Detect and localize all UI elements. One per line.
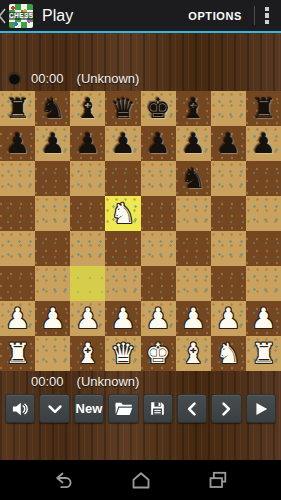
square-b6[interactable]	[35, 161, 70, 196]
black-player-name: (Unknown)	[77, 71, 140, 86]
square-e7[interactable]: ♟	[141, 126, 176, 161]
square-d5[interactable]: ♞	[105, 196, 140, 231]
nav-back-button[interactable]	[52, 468, 76, 492]
square-f1[interactable]: ♝	[176, 336, 211, 371]
piece-white-rook-a1[interactable]: ♜	[5, 336, 30, 371]
piece-white-queen-d1[interactable]: ♛	[110, 336, 135, 371]
step-forward-button[interactable]	[211, 394, 241, 423]
square-f7[interactable]: ♟	[176, 126, 211, 161]
square-c8[interactable]: ♝	[70, 91, 105, 126]
square-g5[interactable]	[211, 196, 246, 231]
white-player-name: (Unknown)	[77, 374, 140, 389]
square-h7[interactable]: ♟	[246, 126, 281, 161]
piece-black-queen-d8[interactable]: ♛	[110, 91, 135, 126]
step-back-button[interactable]	[177, 394, 207, 423]
square-c6[interactable]	[70, 161, 105, 196]
chevron-left-icon	[182, 399, 202, 419]
square-b3[interactable]	[35, 266, 70, 301]
nav-home-button[interactable]	[129, 468, 153, 492]
piece-white-pawn-d2[interactable]: ♟	[110, 301, 135, 336]
piece-white-pawn-g2[interactable]: ♟	[216, 301, 241, 336]
piece-white-bishop-c1[interactable]: ♝	[75, 336, 100, 371]
square-d4[interactable]	[105, 231, 140, 266]
piece-black-pawn-e7[interactable]: ♟	[146, 126, 171, 161]
piece-white-pawn-b2[interactable]: ♟	[40, 301, 65, 336]
piece-white-pawn-c2[interactable]: ♟	[75, 301, 100, 336]
app-icon-label: CHESS	[9, 12, 33, 20]
game-area: 00:00 (Unknown) ♜♞♝♛♚♝♜♟♟♟♟♟♟♟♟♞♞♟♟♟♟♟♟♟…	[0, 33, 281, 460]
actionbar-divider	[254, 6, 255, 25]
piece-black-pawn-h7[interactable]: ♟	[251, 126, 276, 161]
square-c5[interactable]	[70, 196, 105, 231]
square-d6[interactable]	[105, 161, 140, 196]
square-h5[interactable]	[246, 196, 281, 231]
chevron-down-icon	[45, 399, 65, 419]
square-d2[interactable]: ♟	[105, 301, 140, 336]
square-g2[interactable]: ♟	[211, 301, 246, 336]
speaker-icon	[10, 399, 30, 419]
square-c7[interactable]: ♟	[70, 126, 105, 161]
square-e4[interactable]	[141, 231, 176, 266]
piece-black-king-e8[interactable]: ♚	[146, 91, 171, 126]
square-g1[interactable]: ♞	[211, 336, 246, 371]
square-c4[interactable]	[70, 231, 105, 266]
square-f3[interactable]	[176, 266, 211, 301]
piece-white-pawn-a2[interactable]: ♟	[5, 301, 30, 336]
square-b2[interactable]: ♟	[35, 301, 70, 336]
piece-white-bishop-f1[interactable]: ♝	[181, 336, 206, 371]
black-clock: 00:00	[31, 71, 64, 86]
sound-button[interactable]	[5, 394, 35, 423]
square-f6[interactable]: ♞	[176, 161, 211, 196]
piece-white-pawn-h2[interactable]: ♟	[251, 301, 276, 336]
options-menu-button[interactable]: OPTIONS	[178, 10, 252, 22]
square-d1[interactable]: ♛	[105, 336, 140, 371]
toolbar: New	[0, 391, 281, 423]
square-g3[interactable]	[211, 266, 246, 301]
square-e5[interactable]	[141, 196, 176, 231]
square-h4[interactable]	[246, 231, 281, 266]
square-b1[interactable]	[35, 336, 70, 371]
square-g7[interactable]: ♟	[211, 126, 246, 161]
recents-icon	[206, 468, 230, 492]
square-e3[interactable]	[141, 266, 176, 301]
back-icon	[52, 468, 76, 492]
square-e2[interactable]: ♟	[141, 301, 176, 336]
square-g4[interactable]	[211, 231, 246, 266]
white-clock: 00:00	[31, 374, 64, 389]
play-icon	[251, 399, 271, 419]
play-moves-button[interactable]	[246, 394, 276, 423]
piece-black-knight-b8[interactable]: ♞	[40, 91, 65, 126]
chevron-right-icon	[216, 399, 236, 419]
save-icon	[148, 399, 167, 418]
square-b5[interactable]	[35, 196, 70, 231]
up-caret-icon[interactable]	[0, 5, 7, 27]
square-c2[interactable]: ♟	[70, 301, 105, 336]
piece-black-bishop-c8[interactable]: ♝	[75, 91, 100, 126]
square-a3[interactable]	[0, 266, 35, 301]
piece-black-rook-h8[interactable]: ♜	[251, 91, 276, 126]
square-c1[interactable]: ♝	[70, 336, 105, 371]
black-player-row: 00:00 (Unknown)	[0, 68, 281, 88]
piece-black-pawn-f7[interactable]: ♟	[181, 126, 206, 161]
action-bar: CHESS Play OPTIONS	[0, 0, 281, 31]
square-a1[interactable]: ♜	[0, 336, 35, 371]
square-a4[interactable]	[0, 231, 35, 266]
piece-white-pawn-f2[interactable]: ♟	[181, 301, 206, 336]
folder-open-icon	[113, 398, 134, 419]
collapse-button[interactable]	[39, 394, 69, 423]
piece-black-pawn-b7[interactable]: ♟	[40, 126, 65, 161]
square-e6[interactable]	[141, 161, 176, 196]
square-e8[interactable]: ♚	[141, 91, 176, 126]
square-f8[interactable]: ♝	[176, 91, 211, 126]
save-button[interactable]	[143, 394, 173, 423]
square-f2[interactable]: ♟	[176, 301, 211, 336]
square-a8[interactable]: ♜	[0, 91, 35, 126]
new-game-label: New	[76, 401, 103, 416]
square-h8[interactable]: ♜	[246, 91, 281, 126]
piece-black-rook-a8[interactable]: ♜	[5, 91, 30, 126]
square-b4[interactable]	[35, 231, 70, 266]
overflow-menu-icon[interactable]	[261, 5, 273, 27]
black-turn-indicator	[9, 73, 20, 84]
home-icon	[129, 468, 153, 492]
square-b8[interactable]: ♞	[35, 91, 70, 126]
app-icon: CHESS	[9, 4, 33, 28]
piece-black-pawn-c7[interactable]: ♟	[75, 126, 100, 161]
piece-black-bishop-f8[interactable]: ♝	[181, 91, 206, 126]
square-e1[interactable]: ♚	[141, 336, 176, 371]
square-d3[interactable]	[105, 266, 140, 301]
square-a2[interactable]: ♟	[0, 301, 35, 336]
page-title: Play	[42, 7, 73, 25]
chess-app-screen: CHESS Play OPTIONS 00:00 (Unknown) ♜♞♝♛♚…	[0, 0, 281, 500]
android-navbar	[0, 460, 281, 500]
piece-white-knight-d5[interactable]: ♞	[110, 196, 135, 231]
square-f4[interactable]	[176, 231, 211, 266]
open-button[interactable]	[108, 394, 138, 423]
square-d8[interactable]: ♛	[105, 91, 140, 126]
square-c3[interactable]	[70, 266, 105, 301]
square-f5[interactable]	[176, 196, 211, 231]
piece-white-king-e1[interactable]: ♚	[146, 336, 171, 371]
square-h6[interactable]	[246, 161, 281, 196]
piece-white-knight-g1[interactable]: ♞	[216, 336, 241, 371]
square-g6[interactable]	[211, 161, 246, 196]
piece-black-pawn-d7[interactable]: ♟	[110, 126, 135, 161]
piece-black-pawn-g7[interactable]: ♟	[216, 126, 241, 161]
piece-black-pawn-a7[interactable]: ♟	[5, 126, 30, 161]
piece-white-pawn-e2[interactable]: ♟	[146, 301, 171, 336]
new-game-button[interactable]: New	[74, 394, 104, 423]
square-h3[interactable]	[246, 266, 281, 301]
square-g8[interactable]	[211, 91, 246, 126]
white-player-row: 00:00 (Unknown)	[0, 371, 281, 391]
square-h2[interactable]: ♟	[246, 301, 281, 336]
piece-black-knight-f6[interactable]: ♞	[181, 161, 206, 196]
square-a7[interactable]: ♟	[0, 126, 35, 161]
square-b7[interactable]: ♟	[35, 126, 70, 161]
nav-recents-button[interactable]	[206, 468, 230, 492]
square-d7[interactable]: ♟	[105, 126, 140, 161]
square-h1[interactable]: ♜	[246, 336, 281, 371]
chess-board[interactable]: ♜♞♝♛♚♝♜♟♟♟♟♟♟♟♟♞♞♟♟♟♟♟♟♟♟♜♝♛♚♝♞♜	[0, 91, 281, 371]
square-a5[interactable]	[0, 196, 35, 231]
square-a6[interactable]	[0, 161, 35, 196]
piece-white-rook-h1[interactable]: ♜	[251, 336, 276, 371]
